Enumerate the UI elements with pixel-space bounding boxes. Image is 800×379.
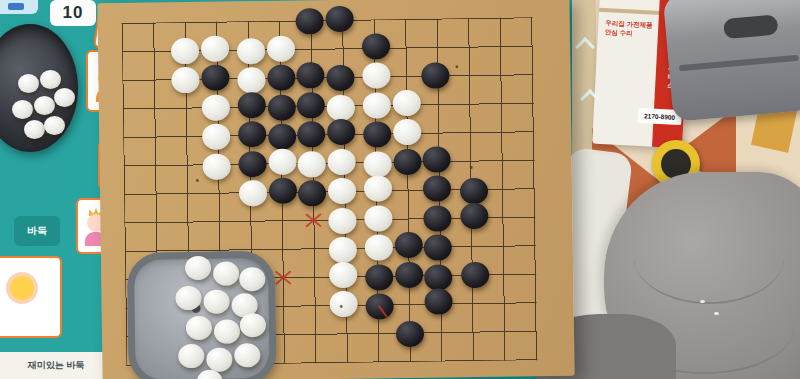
blue-piece-icon: [0, 0, 38, 14]
white-stone[interactable]: [237, 37, 265, 63]
black-stone[interactable]: [297, 92, 325, 118]
black-stone[interactable]: [423, 175, 451, 201]
white-stone[interactable]: [200, 35, 228, 61]
white-stone[interactable]: [203, 289, 229, 313]
black-stone[interactable]: [365, 264, 393, 290]
black-stone[interactable]: [395, 320, 423, 346]
speck: [700, 300, 705, 303]
bottom-card: [0, 256, 62, 338]
black-stone[interactable]: [459, 178, 487, 204]
white-stone[interactable]: [213, 261, 239, 285]
white-stone[interactable]: [364, 175, 392, 201]
white-stone-tray[interactable]: [127, 251, 277, 379]
white-stone[interactable]: [44, 116, 65, 135]
black-stone[interactable]: [461, 261, 489, 287]
white-stone[interactable]: [268, 148, 296, 174]
black-stone[interactable]: [460, 202, 488, 228]
black-stone[interactable]: [393, 148, 421, 174]
black-stone[interactable]: [363, 121, 391, 147]
white-stone[interactable]: [239, 267, 265, 291]
black-stone[interactable]: [295, 8, 323, 34]
white-stone[interactable]: [363, 151, 391, 177]
white-stone[interactable]: [365, 234, 393, 260]
white-stone[interactable]: [329, 261, 357, 287]
white-stone[interactable]: [392, 89, 420, 115]
white-stone[interactable]: [329, 291, 357, 317]
black-stone[interactable]: [268, 178, 296, 204]
white-stone[interactable]: [12, 100, 33, 119]
black-stone[interactable]: [238, 91, 266, 117]
black-stone[interactable]: [424, 234, 452, 260]
black-stone[interactable]: [395, 261, 423, 287]
box-side-text: 우리집 가전제품 안심 수리: [605, 18, 658, 39]
black-stone[interactable]: [424, 264, 452, 290]
white-stone[interactable]: [327, 148, 355, 174]
black-stone[interactable]: [421, 62, 449, 88]
black-stone[interactable]: [327, 119, 355, 145]
seat-ridge: [679, 55, 799, 71]
mat-bottom-text: 재미있는 바둑: [0, 352, 112, 379]
white-stone[interactable]: [362, 62, 390, 88]
white-stone[interactable]: [24, 120, 45, 139]
handle-slot: [723, 14, 779, 39]
number-card: 10: [50, 0, 96, 26]
go-board[interactable]: [97, 0, 574, 379]
white-stone[interactable]: [18, 74, 39, 93]
white-stone[interactable]: [328, 237, 356, 263]
word-box: 바둑: [14, 216, 60, 246]
white-stone[interactable]: [266, 35, 294, 61]
black-stone[interactable]: [297, 121, 325, 147]
white-stone[interactable]: [178, 344, 204, 368]
white-stone[interactable]: [186, 316, 212, 340]
wood-blemish: [455, 65, 458, 68]
black-stone[interactable]: [423, 205, 451, 231]
black-stone[interactable]: [362, 33, 390, 59]
sun-doodle: [10, 276, 34, 300]
red-x-mark: [274, 268, 292, 286]
white-stone[interactable]: [393, 119, 421, 145]
white-stone[interactable]: [202, 123, 230, 149]
black-stone[interactable]: [238, 150, 266, 176]
black-stone[interactable]: [422, 146, 450, 172]
white-stone[interactable]: [54, 88, 75, 107]
white-stone[interactable]: [171, 37, 199, 63]
wood-blemish: [196, 179, 199, 182]
white-stone[interactable]: [363, 92, 391, 118]
black-stone[interactable]: [267, 65, 295, 91]
white-stone[interactable]: [328, 207, 356, 233]
black-stone[interactable]: [201, 64, 229, 90]
white-stone[interactable]: [202, 153, 230, 179]
white-stone[interactable]: [327, 178, 355, 204]
white-stone[interactable]: [171, 67, 199, 93]
white-stone[interactable]: [239, 180, 267, 206]
white-stone[interactable]: [297, 151, 325, 177]
black-stone[interactable]: [394, 232, 422, 258]
black-stone[interactable]: [298, 180, 326, 206]
white-stone[interactable]: [240, 313, 266, 337]
red-x-mark: [304, 211, 322, 229]
white-stone[interactable]: [326, 94, 354, 120]
black-stone[interactable]: [267, 94, 295, 120]
white-stone[interactable]: [214, 319, 240, 343]
black-stone[interactable]: [268, 124, 296, 150]
white-stone[interactable]: [40, 70, 61, 89]
black-stone[interactable]: [325, 6, 353, 32]
white-stone[interactable]: [206, 347, 232, 371]
wood-blemish: [340, 305, 343, 308]
white-stone[interactable]: [237, 67, 265, 93]
wood-blemish: [470, 166, 473, 169]
white-stone[interactable]: [201, 94, 229, 120]
white-stone[interactable]: [34, 96, 55, 115]
black-stone[interactable]: [296, 62, 324, 88]
black-stone[interactable]: [424, 288, 452, 314]
speck: [714, 312, 719, 315]
black-stone[interactable]: [238, 121, 266, 147]
gray-plastic-seat: [663, 0, 800, 122]
scene: 10 ✦ 막기 이음 바둑 재미있는 바둑 바둑왕 도전!: [0, 0, 800, 379]
black-stone[interactable]: [326, 65, 354, 91]
white-stone[interactable]: [234, 343, 260, 367]
white-stone[interactable]: [185, 256, 211, 280]
white-stone[interactable]: [364, 205, 392, 231]
